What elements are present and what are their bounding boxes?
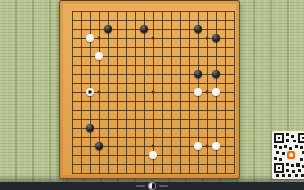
turn-indicator-icon[interactable] [149,183,155,189]
star-point [152,91,155,94]
star-point [152,37,155,40]
star-point [206,145,209,148]
stone-black [104,25,112,33]
right-caption-blur [159,185,168,187]
stone-black [95,142,103,150]
stone-white [86,88,94,96]
qr-code-watermark [272,131,304,179]
go-board[interactable] [59,0,240,179]
star-point [206,37,209,40]
stone-black [194,25,202,33]
last-move-marker [89,91,92,94]
star-point [152,145,155,148]
stone-white [149,151,157,159]
left-caption-blur [136,185,145,187]
stone-white [212,142,220,150]
stone-white [86,34,94,42]
stone-white [194,142,202,150]
stone-black [140,25,148,33]
stone-black [194,70,202,78]
stone-white [95,52,103,60]
stone-white [194,88,202,96]
bottom-bar [0,182,304,190]
star-point [98,37,101,40]
stone-black [86,124,94,132]
star-point [206,91,209,94]
stone-black [212,34,220,42]
star-point [98,91,101,94]
stone-black [212,70,220,78]
stone-white [212,88,220,96]
qr-pattern-graphic [274,133,304,177]
